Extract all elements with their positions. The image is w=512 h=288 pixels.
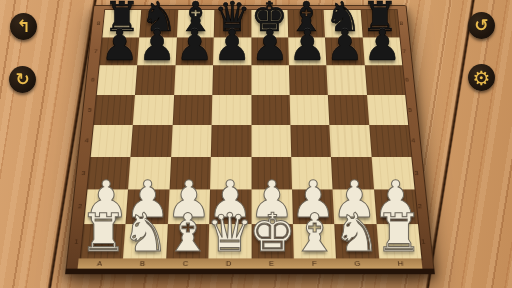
square-b6[interactable] (135, 65, 175, 94)
square-f4[interactable] (290, 125, 331, 157)
black-pawn-e7[interactable]: ♟ (251, 23, 289, 66)
restart-button[interactable]: ↻ (9, 66, 36, 93)
settings-button[interactable]: ⚙ (468, 64, 495, 91)
square-e4[interactable] (251, 125, 291, 157)
chess-app-screen: 87654321 87654321 ABCDEFGH ♜♞♝♛♚♝♞♜♟♟♟♟♟… (0, 0, 512, 288)
square-a6[interactable] (97, 65, 138, 94)
square-g6[interactable] (327, 65, 367, 94)
square-d4[interactable] (211, 125, 251, 157)
rank-label-5: 5 (403, 95, 417, 125)
white-knight-g1[interactable]: ♞ (333, 207, 380, 260)
square-e6[interactable] (251, 65, 290, 94)
black-pawn-a7[interactable]: ♟ (100, 23, 138, 66)
square-g5[interactable] (328, 95, 369, 125)
square-b5[interactable] (133, 95, 174, 125)
black-pawn-g7[interactable]: ♟ (326, 23, 364, 66)
square-d6[interactable] (212, 65, 251, 94)
black-pawn-b7[interactable]: ♟ (138, 23, 176, 66)
square-g4[interactable] (330, 125, 372, 157)
rank-label-4: 4 (406, 125, 420, 157)
square-f6[interactable] (289, 65, 328, 94)
black-pawn-f7[interactable]: ♟ (288, 23, 326, 66)
square-b4[interactable] (131, 125, 173, 157)
white-bishop-c1[interactable]: ♝ (164, 207, 211, 260)
square-c4[interactable] (171, 125, 212, 157)
square-h5[interactable] (367, 95, 409, 125)
black-pawn-d7[interactable]: ♟ (213, 23, 251, 66)
rank-label-6: 6 (400, 65, 414, 94)
black-pawn-c7[interactable]: ♟ (175, 23, 213, 66)
square-h4[interactable] (369, 125, 411, 157)
black-pawn-h7[interactable]: ♟ (363, 23, 401, 66)
redo-button[interactable]: ↺ (468, 12, 495, 39)
square-d5[interactable] (212, 95, 251, 125)
redo-icon: ↺ (474, 17, 488, 34)
white-queen-d1[interactable]: ♛ (206, 207, 253, 260)
square-f5[interactable] (290, 95, 330, 125)
restart-icon: ↻ (15, 71, 29, 88)
white-bishop-f1[interactable]: ♝ (291, 207, 338, 260)
square-h6[interactable] (364, 65, 405, 94)
board-front-edge (65, 269, 435, 275)
white-rook-a1[interactable]: ♜ (80, 207, 127, 260)
white-king-e1[interactable]: ♚ (249, 207, 296, 260)
undo-button[interactable]: ↰ (10, 13, 37, 40)
gear-icon: ⚙ (473, 68, 491, 88)
square-a4[interactable] (91, 125, 133, 157)
square-a5[interactable] (94, 95, 136, 125)
square-c5[interactable] (172, 95, 212, 125)
white-rook-h1[interactable]: ♜ (375, 207, 422, 260)
undo-icon: ↰ (16, 18, 30, 35)
square-e5[interactable] (251, 95, 290, 125)
white-knight-b1[interactable]: ♞ (122, 207, 169, 260)
square-c6[interactable] (174, 65, 213, 94)
